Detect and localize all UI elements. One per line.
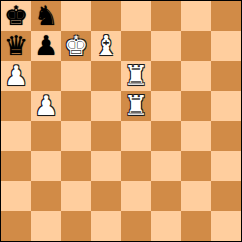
piece-white-rook[interactable]: ♜ <box>124 61 148 91</box>
square-f8[interactable] <box>151 1 181 31</box>
square-c7[interactable]: ♚ <box>61 31 91 61</box>
square-g5[interactable] <box>181 91 211 121</box>
square-b8[interactable]: ♞ <box>31 1 61 31</box>
square-g3[interactable] <box>181 151 211 181</box>
square-d2[interactable] <box>91 181 121 211</box>
chess-diagram: ♚♞♛♟♚♝♟♜♟♜ <box>0 0 242 242</box>
square-e3[interactable] <box>121 151 151 181</box>
square-g8[interactable] <box>181 1 211 31</box>
square-h6[interactable] <box>211 61 241 91</box>
square-g4[interactable] <box>181 121 211 151</box>
piece-white-rook[interactable]: ♜ <box>124 91 148 121</box>
piece-white-pawn[interactable]: ♟ <box>4 61 28 91</box>
square-d6[interactable] <box>91 61 121 91</box>
square-a2[interactable] <box>1 181 31 211</box>
square-b2[interactable] <box>31 181 61 211</box>
square-d7[interactable]: ♝ <box>91 31 121 61</box>
square-c5[interactable] <box>61 91 91 121</box>
square-a3[interactable] <box>1 151 31 181</box>
square-e8[interactable] <box>121 1 151 31</box>
square-h2[interactable] <box>211 181 241 211</box>
square-f4[interactable] <box>151 121 181 151</box>
square-f6[interactable] <box>151 61 181 91</box>
square-b6[interactable] <box>31 61 61 91</box>
square-d3[interactable] <box>91 151 121 181</box>
square-c6[interactable] <box>61 61 91 91</box>
square-d5[interactable] <box>91 91 121 121</box>
square-a4[interactable] <box>1 121 31 151</box>
piece-black-king[interactable]: ♚ <box>4 1 28 31</box>
square-h8[interactable] <box>211 1 241 31</box>
square-f3[interactable] <box>151 151 181 181</box>
piece-white-pawn[interactable]: ♟ <box>34 91 58 121</box>
square-b5[interactable]: ♟ <box>31 91 61 121</box>
square-c1[interactable] <box>61 211 91 241</box>
square-a5[interactable] <box>1 91 31 121</box>
square-d8[interactable] <box>91 1 121 31</box>
square-e1[interactable] <box>121 211 151 241</box>
square-d1[interactable] <box>91 211 121 241</box>
square-h4[interactable] <box>211 121 241 151</box>
square-c3[interactable] <box>61 151 91 181</box>
square-c4[interactable] <box>61 121 91 151</box>
square-e4[interactable] <box>121 121 151 151</box>
square-f5[interactable] <box>151 91 181 121</box>
square-b7[interactable]: ♟ <box>31 31 61 61</box>
square-h1[interactable] <box>211 211 241 241</box>
square-b4[interactable] <box>31 121 61 151</box>
square-a6[interactable]: ♟ <box>1 61 31 91</box>
square-f1[interactable] <box>151 211 181 241</box>
chess-board: ♚♞♛♟♚♝♟♜♟♜ <box>0 0 242 242</box>
square-g6[interactable] <box>181 61 211 91</box>
square-f2[interactable] <box>151 181 181 211</box>
square-a8[interactable]: ♚ <box>1 1 31 31</box>
square-e5[interactable]: ♜ <box>121 91 151 121</box>
square-b1[interactable] <box>31 211 61 241</box>
piece-white-bishop[interactable]: ♝ <box>94 31 118 61</box>
square-g2[interactable] <box>181 181 211 211</box>
square-e7[interactable] <box>121 31 151 61</box>
square-e2[interactable] <box>121 181 151 211</box>
square-g7[interactable] <box>181 31 211 61</box>
piece-black-queen[interactable]: ♛ <box>4 31 28 61</box>
square-h5[interactable] <box>211 91 241 121</box>
square-a7[interactable]: ♛ <box>1 31 31 61</box>
square-b3[interactable] <box>31 151 61 181</box>
piece-white-king[interactable]: ♚ <box>64 31 88 61</box>
piece-black-pawn[interactable]: ♟ <box>34 31 58 61</box>
square-e6[interactable]: ♜ <box>121 61 151 91</box>
square-a1[interactable] <box>1 211 31 241</box>
square-c8[interactable] <box>61 1 91 31</box>
square-h7[interactable] <box>211 31 241 61</box>
square-c2[interactable] <box>61 181 91 211</box>
piece-black-knight[interactable]: ♞ <box>34 1 58 31</box>
square-h3[interactable] <box>211 151 241 181</box>
square-g1[interactable] <box>181 211 211 241</box>
square-d4[interactable] <box>91 121 121 151</box>
square-f7[interactable] <box>151 31 181 61</box>
